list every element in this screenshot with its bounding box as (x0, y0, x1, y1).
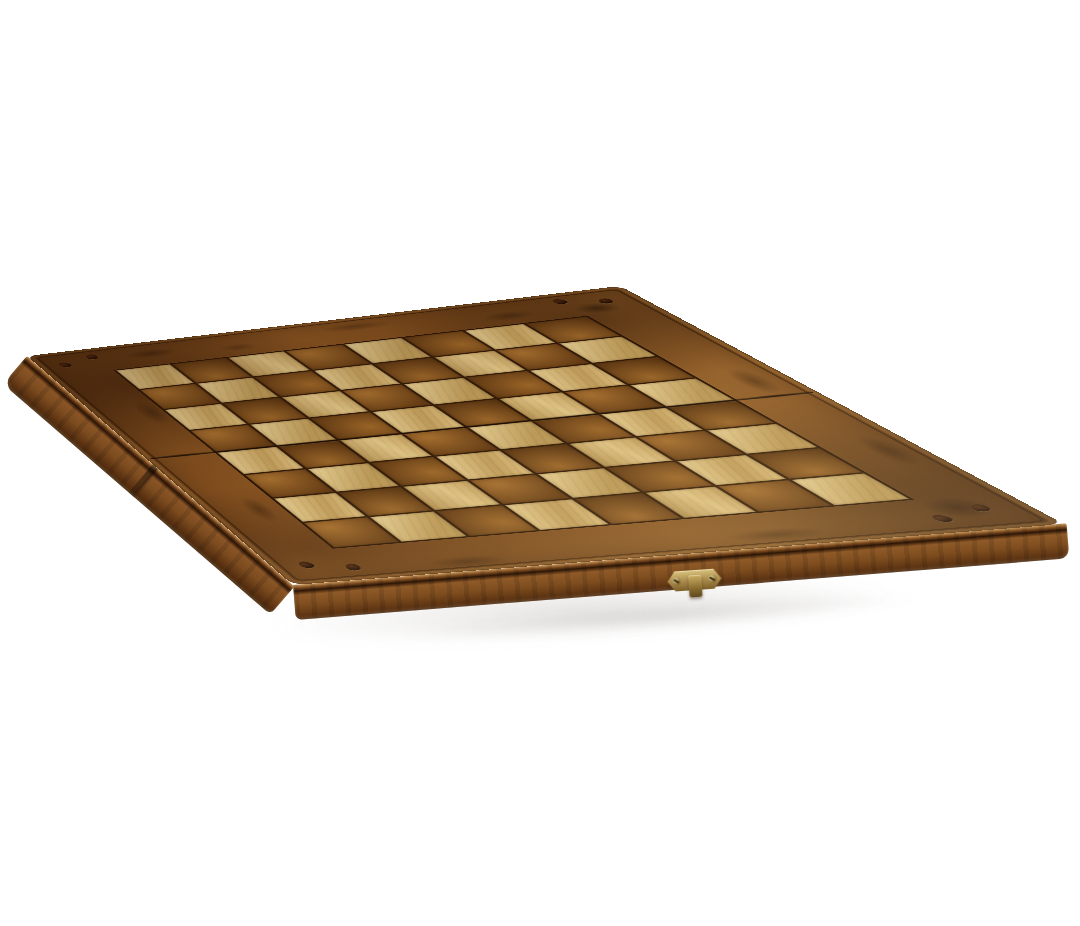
brass-clasp (667, 566, 726, 610)
clasp-catch (688, 575, 703, 598)
hinge-mark (129, 464, 158, 497)
product-photo: Antique-style walnut folding chess board… (0, 0, 1080, 926)
